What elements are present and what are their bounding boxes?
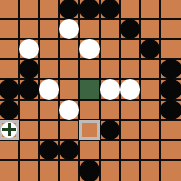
board-cell[interactable] [121, 0, 141, 20]
black-stone [59, 0, 79, 19]
board-cell[interactable] [101, 40, 121, 60]
board-cell[interactable] [20, 40, 40, 60]
black-stone [19, 59, 39, 79]
board-cell[interactable] [121, 20, 141, 40]
board-cell[interactable] [40, 40, 60, 60]
white-stone [79, 39, 99, 59]
board-cell[interactable] [161, 141, 181, 161]
board-cell[interactable] [40, 141, 60, 161]
black-stone [160, 100, 181, 120]
board-cell[interactable] [80, 20, 100, 40]
board-cell[interactable] [80, 60, 100, 80]
board-cell[interactable] [0, 161, 20, 181]
white-stone [19, 39, 39, 59]
board-cell[interactable] [101, 141, 121, 161]
board-cell[interactable] [60, 40, 80, 60]
board-cell[interactable] [121, 80, 141, 100]
board-cell[interactable] [60, 0, 80, 20]
board-cell[interactable] [40, 101, 60, 121]
board-cell[interactable] [40, 0, 60, 20]
black-stone [140, 39, 160, 59]
board-cell[interactable] [0, 60, 20, 80]
board-cell[interactable] [80, 0, 100, 20]
black-stone [120, 19, 140, 39]
black-stone [59, 140, 79, 160]
board-cell[interactable] [141, 101, 161, 121]
board-cell[interactable] [101, 0, 121, 20]
board-cell[interactable] [141, 0, 161, 20]
board-cell[interactable] [141, 20, 161, 40]
board-cell[interactable] [20, 141, 40, 161]
crosshair-marker [1, 122, 17, 138]
board-cell[interactable] [60, 20, 80, 40]
board-cell[interactable] [121, 101, 141, 121]
board-cell[interactable] [40, 20, 60, 40]
board-cell[interactable] [121, 60, 141, 80]
board-cell[interactable] [20, 0, 40, 20]
board-cell[interactable] [121, 161, 141, 181]
board-cell[interactable] [121, 141, 141, 161]
board-cell[interactable] [20, 101, 40, 121]
board-cell[interactable] [60, 141, 80, 161]
board-cell[interactable] [0, 40, 20, 60]
selected-cell-outline [79, 120, 99, 140]
board-cell[interactable] [0, 121, 20, 141]
board-cell[interactable] [0, 101, 20, 121]
board-cell[interactable] [161, 121, 181, 141]
board-cell[interactable] [80, 101, 100, 121]
board-cell[interactable] [20, 20, 40, 40]
black-stone [39, 140, 59, 160]
black-stone [160, 59, 181, 79]
black-stone [79, 160, 99, 181]
white-stone [39, 79, 59, 99]
white-stone [120, 79, 140, 99]
board-cell[interactable] [101, 161, 121, 181]
board-cell[interactable] [80, 80, 100, 100]
board-cell[interactable] [161, 101, 181, 121]
board-cell[interactable] [0, 141, 20, 161]
board-cell[interactable] [121, 40, 141, 60]
black-stone [160, 79, 181, 99]
board-cell[interactable] [40, 121, 60, 141]
black-stone [19, 79, 39, 99]
board-cell[interactable] [141, 161, 161, 181]
board-cell[interactable] [80, 121, 100, 141]
board-cell[interactable] [141, 40, 161, 60]
board-cell[interactable] [40, 60, 60, 80]
black-stone [100, 120, 120, 140]
board-cell[interactable] [0, 20, 20, 40]
board-cell[interactable] [80, 141, 100, 161]
board-cell[interactable] [121, 121, 141, 141]
board-cell[interactable] [40, 161, 60, 181]
board-cell[interactable] [40, 80, 60, 100]
board-cell[interactable] [161, 60, 181, 80]
black-stone [0, 79, 19, 99]
board-cell[interactable] [141, 60, 161, 80]
white-stone [59, 100, 79, 120]
board-cell[interactable] [101, 20, 121, 40]
board-cell[interactable] [20, 161, 40, 181]
board-cell[interactable] [161, 0, 181, 20]
board-cell[interactable] [60, 121, 80, 141]
board-cell[interactable] [0, 0, 20, 20]
game-board [0, 0, 181, 181]
board-cell[interactable] [20, 80, 40, 100]
board-cell[interactable] [60, 101, 80, 121]
board-cell[interactable] [101, 101, 121, 121]
white-stone [59, 19, 79, 39]
board-cell[interactable] [161, 161, 181, 181]
board-cell[interactable] [60, 80, 80, 100]
board-cell[interactable] [60, 161, 80, 181]
board-cell[interactable] [141, 141, 161, 161]
board-cell[interactable] [20, 60, 40, 80]
board-cell[interactable] [161, 40, 181, 60]
target-cell-marker [80, 80, 98, 98]
crosshair-vertical-bar [8, 123, 11, 137]
board-cell[interactable] [101, 121, 121, 141]
board-cell[interactable] [101, 80, 121, 100]
board-cell[interactable] [161, 20, 181, 40]
board-cell[interactable] [141, 80, 161, 100]
black-stone [79, 0, 99, 19]
board-cell[interactable] [80, 161, 100, 181]
board-cell[interactable] [60, 60, 80, 80]
board-cell[interactable] [20, 121, 40, 141]
black-stone [0, 100, 19, 120]
board-cell[interactable] [141, 121, 161, 141]
white-stone [100, 79, 120, 99]
board-cell[interactable] [161, 80, 181, 100]
black-stone [100, 0, 120, 19]
board-cell[interactable] [101, 60, 121, 80]
board-cell[interactable] [80, 40, 100, 60]
board-cell[interactable] [0, 80, 20, 100]
